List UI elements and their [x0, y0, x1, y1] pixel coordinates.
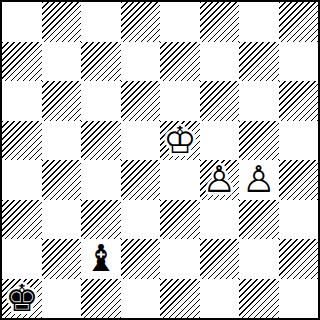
square-a7[interactable]: [2, 42, 42, 82]
square-c8[interactable]: [81, 2, 121, 42]
square-b3[interactable]: [42, 200, 82, 240]
square-g1[interactable]: [239, 279, 279, 319]
black-bishop-halo: ♝: [81, 239, 121, 279]
square-d6[interactable]: [121, 81, 161, 121]
square-a1[interactable]: ♚♚: [2, 279, 42, 319]
square-d1[interactable]: [121, 279, 161, 319]
square-h2[interactable]: [279, 239, 319, 279]
square-d3[interactable]: [121, 200, 161, 240]
black-bishop-icon: ♝: [81, 239, 121, 279]
square-b1[interactable]: [42, 279, 82, 319]
white-pawn-halo: ♟: [239, 160, 279, 200]
square-f7[interactable]: [200, 42, 240, 82]
square-f4[interactable]: ♟♟♙: [200, 160, 240, 200]
square-e1[interactable]: [160, 279, 200, 319]
square-f1[interactable]: [200, 279, 240, 319]
square-g7[interactable]: [239, 42, 279, 82]
square-h4[interactable]: [279, 160, 319, 200]
square-b7[interactable]: [42, 42, 82, 82]
square-e6[interactable]: [160, 81, 200, 121]
square-e2[interactable]: [160, 239, 200, 279]
square-b8[interactable]: [42, 2, 82, 42]
square-a8[interactable]: [2, 2, 42, 42]
black-king-halo: ♚: [2, 279, 42, 319]
square-f5[interactable]: [200, 121, 240, 161]
white-king-icon: ♔: [160, 121, 200, 161]
white-pawn-icon: ♙: [200, 160, 240, 200]
square-b2[interactable]: [42, 239, 82, 279]
white-king-halo: ♚: [160, 121, 200, 161]
square-c4[interactable]: [81, 160, 121, 200]
white-pawn-fill: ♟: [239, 160, 279, 200]
square-c3[interactable]: [81, 200, 121, 240]
square-f6[interactable]: [200, 81, 240, 121]
square-b6[interactable]: [42, 81, 82, 121]
square-h7[interactable]: [279, 42, 319, 82]
square-a6[interactable]: [2, 81, 42, 121]
square-e4[interactable]: [160, 160, 200, 200]
square-g3[interactable]: [239, 200, 279, 240]
square-f8[interactable]: [200, 2, 240, 42]
square-g2[interactable]: [239, 239, 279, 279]
square-b5[interactable]: [42, 121, 82, 161]
square-h5[interactable]: [279, 121, 319, 161]
square-c1[interactable]: [81, 279, 121, 319]
square-a4[interactable]: [2, 160, 42, 200]
square-d5[interactable]: [121, 121, 161, 161]
square-c2[interactable]: ♝♝: [81, 239, 121, 279]
white-king-fill: ♚: [160, 121, 200, 161]
square-h8[interactable]: [279, 2, 319, 42]
white-pawn-halo: ♟: [200, 160, 240, 200]
square-e8[interactable]: [160, 2, 200, 42]
square-g5[interactable]: [239, 121, 279, 161]
square-a3[interactable]: [2, 200, 42, 240]
square-a2[interactable]: [2, 239, 42, 279]
square-g6[interactable]: [239, 81, 279, 121]
square-e5[interactable]: ♚♚♔: [160, 121, 200, 161]
square-a5[interactable]: [2, 121, 42, 161]
black-king-icon: ♚: [2, 279, 42, 319]
square-h3[interactable]: [279, 200, 319, 240]
chess-board: ♚♚♔♟♟♙♟♟♙♝♝♚♚: [0, 0, 320, 320]
square-e7[interactable]: [160, 42, 200, 82]
square-f3[interactable]: [200, 200, 240, 240]
square-b4[interactable]: [42, 160, 82, 200]
square-d2[interactable]: [121, 239, 161, 279]
square-h6[interactable]: [279, 81, 319, 121]
square-g8[interactable]: [239, 2, 279, 42]
square-d8[interactable]: [121, 2, 161, 42]
square-c7[interactable]: [81, 42, 121, 82]
square-g4[interactable]: ♟♟♙: [239, 160, 279, 200]
square-e3[interactable]: [160, 200, 200, 240]
square-d4[interactable]: [121, 160, 161, 200]
square-d7[interactable]: [121, 42, 161, 82]
square-c6[interactable]: [81, 81, 121, 121]
square-h1[interactable]: [279, 279, 319, 319]
square-f2[interactable]: [200, 239, 240, 279]
white-pawn-icon: ♙: [239, 160, 279, 200]
square-c5[interactable]: [81, 121, 121, 161]
white-pawn-fill: ♟: [200, 160, 240, 200]
